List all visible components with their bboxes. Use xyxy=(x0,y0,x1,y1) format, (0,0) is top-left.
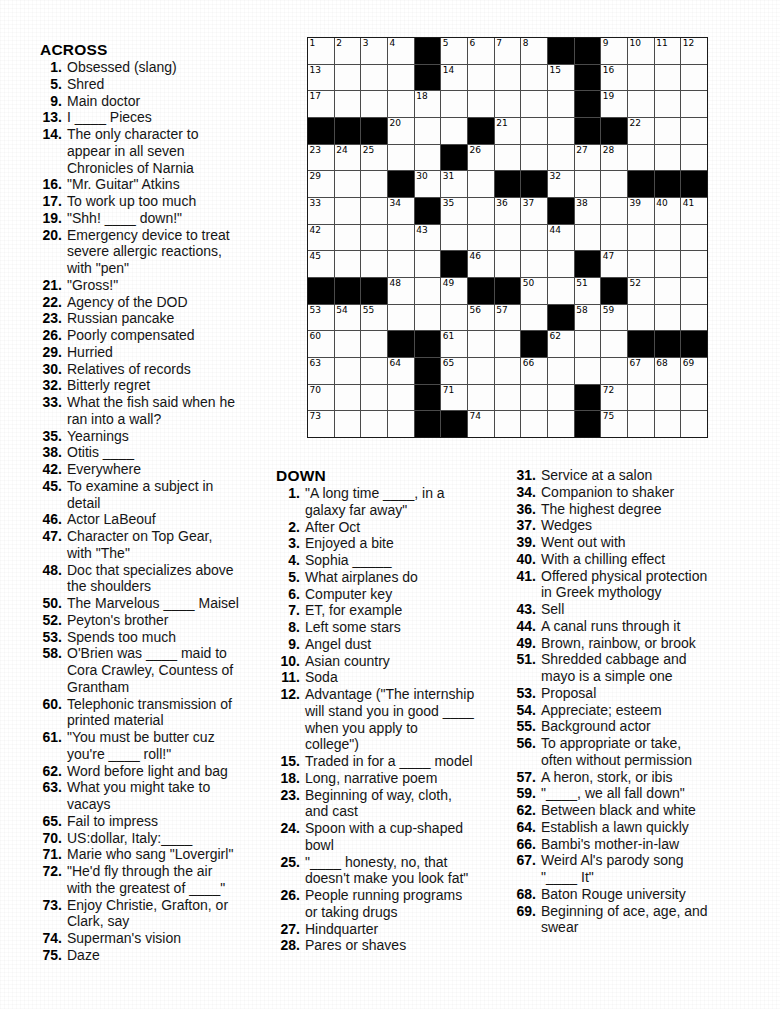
black-cell-r14c5 xyxy=(415,385,441,411)
cell-number: 9 xyxy=(603,38,609,48)
grid-cell-r4c4[interactable]: 20 xyxy=(388,118,414,144)
grid-cell-r5c4[interactable] xyxy=(388,145,414,171)
grid-cell-r2c9[interactable] xyxy=(521,65,547,91)
clue-text: Spends too much xyxy=(67,629,176,646)
grid-cell-r13c4[interactable]: 64 xyxy=(388,358,414,384)
clue-number: 48. xyxy=(40,562,62,579)
grid-cell-r12c11[interactable] xyxy=(575,331,601,357)
grid-cell-r9c2[interactable] xyxy=(335,251,361,277)
grid-cell-r7c12[interactable] xyxy=(601,198,627,224)
grid-cell-r4c10[interactable] xyxy=(548,118,574,144)
clue-number: 45. xyxy=(40,478,62,495)
cell-number: 62 xyxy=(549,331,560,341)
grid-cell-r7c8[interactable]: 36 xyxy=(495,198,521,224)
clue-text: With a chilling effect xyxy=(541,551,665,568)
clue-number: 62. xyxy=(512,802,536,819)
grid-cell-r11c11[interactable]: 58 xyxy=(575,305,601,331)
grid-cell-r7c15[interactable]: 41 xyxy=(681,198,707,224)
grid-cell-r9c8[interactable] xyxy=(495,251,521,277)
clue-text: Asian country xyxy=(305,653,390,670)
across-clue-22: 22.Agency of the DOD xyxy=(40,294,304,311)
clue-number: 22. xyxy=(40,294,62,311)
black-cell-r2c11 xyxy=(575,65,601,91)
grid-cell-r15c3[interactable] xyxy=(361,411,387,437)
across-clue-72: 72."He'd fly through the air with the gr… xyxy=(40,863,304,897)
grid-cell-r9c9[interactable] xyxy=(521,251,547,277)
across-clue-65: 65.Fail to impress xyxy=(40,813,304,830)
cell-number: 20 xyxy=(389,118,400,128)
clue-text: Offered physical protection in Greek myt… xyxy=(541,568,707,602)
clue-number: 23. xyxy=(276,787,300,804)
black-cell-r10c2 xyxy=(335,278,361,304)
clue-number: 29. xyxy=(40,344,62,361)
grid-cell-r4c8[interactable]: 21 xyxy=(495,118,521,144)
grid-cell-r1c3[interactable]: 3 xyxy=(361,38,387,64)
clue-number: 53. xyxy=(40,629,62,646)
grid-cell-r10c15[interactable] xyxy=(681,278,707,304)
cell-number: 49 xyxy=(443,278,454,288)
cell-number: 66 xyxy=(523,358,534,368)
grid-cell-r3c3[interactable] xyxy=(361,91,387,117)
down-clue-59: 59."____, we all fall down" xyxy=(512,785,774,802)
grid-cell-r7c13[interactable]: 39 xyxy=(628,198,654,224)
down-clue-7: 7.ET, for example xyxy=(276,602,508,619)
clue-number: 66. xyxy=(512,836,536,853)
grid-cell-r5c7[interactable]: 26 xyxy=(468,145,494,171)
cell-number: 75 xyxy=(603,411,614,421)
grid-cell-r1c8[interactable]: 7 xyxy=(495,38,521,64)
grid-cell-r8c14[interactable] xyxy=(655,225,681,251)
grid-cell-r2c7[interactable] xyxy=(468,65,494,91)
cell-number: 37 xyxy=(523,198,534,208)
grid-cell-r1c12[interactable]: 9 xyxy=(601,38,627,64)
grid-cell-r11c7[interactable]: 56 xyxy=(468,305,494,331)
grid-cell-r8c1[interactable]: 42 xyxy=(308,225,334,251)
grid-cell-r11c6[interactable] xyxy=(441,305,467,331)
grid-cell-r11c9[interactable] xyxy=(521,305,547,331)
clue-number: 62. xyxy=(40,763,62,780)
grid-cell-r1c9[interactable]: 8 xyxy=(521,38,547,64)
grid-cell-r6c5[interactable]: 30 xyxy=(415,171,441,197)
grid-cell-r4c6[interactable] xyxy=(441,118,467,144)
grid-cell-r5c12[interactable]: 28 xyxy=(601,145,627,171)
grid-cell-r3c15[interactable] xyxy=(681,91,707,117)
grid-cell-r4c14[interactable] xyxy=(655,118,681,144)
grid-cell-r14c9[interactable] xyxy=(521,385,547,411)
grid-cell-r8c4[interactable] xyxy=(388,225,414,251)
cell-number: 12 xyxy=(683,38,694,48)
cell-number: 51 xyxy=(576,278,587,288)
grid-cell-r13c8[interactable] xyxy=(495,358,521,384)
grid-cell-r13c9[interactable]: 66 xyxy=(521,358,547,384)
grid-cell-r3c14[interactable] xyxy=(655,91,681,117)
grid-cell-r11c5[interactable] xyxy=(415,305,441,331)
grid-cell-r11c14[interactable] xyxy=(655,305,681,331)
cell-number: 56 xyxy=(469,305,480,315)
grid-cell-r15c4[interactable] xyxy=(388,411,414,437)
grid-cell-r10c6[interactable]: 49 xyxy=(441,278,467,304)
clue-text: Russian pancake xyxy=(67,310,174,327)
clue-text: Main doctor xyxy=(67,93,140,110)
grid-cell-r5c5[interactable] xyxy=(415,145,441,171)
grid-cell-r10c9[interactable]: 50 xyxy=(521,278,547,304)
grid-cell-r12c2[interactable] xyxy=(335,331,361,357)
cell-number: 65 xyxy=(443,358,454,368)
grid-cell-r3c6[interactable] xyxy=(441,91,467,117)
clue-number: 6. xyxy=(276,586,300,603)
grid-cell-r5c11[interactable]: 27 xyxy=(575,145,601,171)
grid-cell-r6c10[interactable]: 32 xyxy=(548,171,574,197)
clue-text: Superman's vision xyxy=(67,930,181,947)
grid-cell-r13c10[interactable] xyxy=(548,358,574,384)
grid-cell-r2c14[interactable] xyxy=(655,65,681,91)
cell-number: 40 xyxy=(656,198,667,208)
grid-cell-r12c3[interactable] xyxy=(361,331,387,357)
clue-text: Relatives of records xyxy=(67,361,191,378)
grid-cell-r10c4[interactable]: 48 xyxy=(388,278,414,304)
clue-number: 39. xyxy=(512,534,536,551)
grid-cell-r2c3[interactable] xyxy=(361,65,387,91)
cell-number: 71 xyxy=(443,385,454,395)
grid-cell-r1c13[interactable]: 10 xyxy=(628,38,654,64)
grid-cell-r5c15[interactable] xyxy=(681,145,707,171)
clue-text: "Shh! ____ down!" xyxy=(67,210,182,227)
grid-cell-r10c10[interactable] xyxy=(548,278,574,304)
crossword-grid: 1234567891011121314151617181920212223242… xyxy=(307,37,708,438)
grid-cell-r8c2[interactable] xyxy=(335,225,361,251)
clue-text: Agency of the DOD xyxy=(67,294,188,311)
grid-cell-r15c1[interactable]: 73 xyxy=(308,411,334,437)
grid-cell-r6c3[interactable] xyxy=(361,171,387,197)
cell-number: 39 xyxy=(629,198,640,208)
clue-text: Bambi's mother-in-law xyxy=(541,836,679,853)
across-clue-61: 61."You must be butter cuz you're ____ r… xyxy=(40,729,304,763)
grid-cell-r1c15[interactable]: 12 xyxy=(681,38,707,64)
grid-cell-r2c1[interactable]: 13 xyxy=(308,65,334,91)
grid-cell-r9c1[interactable]: 45 xyxy=(308,251,334,277)
grid-cell-r3c13[interactable] xyxy=(628,91,654,117)
grid-cell-r13c6[interactable]: 65 xyxy=(441,358,467,384)
grid-cell-r2c8[interactable] xyxy=(495,65,521,91)
grid-cell-r1c1[interactable]: 1 xyxy=(308,38,334,64)
grid-cell-r4c15[interactable] xyxy=(681,118,707,144)
grid-cell-r1c4[interactable]: 4 xyxy=(388,38,414,64)
cell-number: 27 xyxy=(576,145,587,155)
grid-cell-r8c9[interactable] xyxy=(521,225,547,251)
cell-number: 53 xyxy=(310,305,321,315)
grid-cell-r10c14[interactable] xyxy=(655,278,681,304)
down-clue-3: 3.Enjoyed a bite xyxy=(276,535,508,552)
clue-text: Poorly compensated xyxy=(67,327,195,344)
cell-number: 44 xyxy=(549,225,560,235)
grid-cell-r12c6[interactable]: 61 xyxy=(441,331,467,357)
grid-cell-r13c15[interactable]: 69 xyxy=(681,358,707,384)
grid-cell-r12c7[interactable] xyxy=(468,331,494,357)
grid-cell-r8c13[interactable] xyxy=(628,225,654,251)
grid-cell-r3c2[interactable] xyxy=(335,91,361,117)
grid-cell-r7c6[interactable]: 35 xyxy=(441,198,467,224)
clue-number: 59. xyxy=(512,785,536,802)
clue-number: 70. xyxy=(40,830,62,847)
grid-cell-r13c2[interactable] xyxy=(335,358,361,384)
clue-text: Character on Top Gear, with "The" xyxy=(67,528,212,562)
grid-cell-r8c12[interactable] xyxy=(601,225,627,251)
down-clue-27: 27.Hindquarter xyxy=(276,921,508,938)
grid-cell-r3c1[interactable]: 17 xyxy=(308,91,334,117)
clue-number: 9. xyxy=(40,93,62,110)
grid-cell-r11c13[interactable] xyxy=(628,305,654,331)
grid-cell-r12c12[interactable] xyxy=(601,331,627,357)
grid-cell-r1c7[interactable]: 6 xyxy=(468,38,494,64)
clue-text: Fail to impress xyxy=(67,813,158,830)
grid-cell-r14c14[interactable] xyxy=(655,385,681,411)
black-cell-r12c9 xyxy=(521,331,547,357)
grid-cell-r6c11[interactable] xyxy=(575,171,601,197)
down-clue-1: 1."A long time ____, in a galaxy far awa… xyxy=(276,485,508,519)
grid-cell-r13c14[interactable]: 68 xyxy=(655,358,681,384)
grid-cell-r3c8[interactable] xyxy=(495,91,521,117)
cell-number: 60 xyxy=(310,331,321,341)
grid-cell-r5c2[interactable]: 24 xyxy=(335,145,361,171)
clue-number: 52. xyxy=(40,612,62,629)
clue-number: 60. xyxy=(40,696,62,713)
clue-text: Soda xyxy=(305,669,338,686)
grid-cell-r2c12[interactable]: 16 xyxy=(601,65,627,91)
black-cell-r10c1 xyxy=(308,278,334,304)
grid-cell-r11c15[interactable] xyxy=(681,305,707,331)
grid-cell-r8c6[interactable] xyxy=(441,225,467,251)
grid-cell-r14c6[interactable]: 71 xyxy=(441,385,467,411)
grid-cell-r11c12[interactable]: 59 xyxy=(601,305,627,331)
cell-number: 14 xyxy=(443,65,454,75)
black-cell-r14c11 xyxy=(575,385,601,411)
grid-cell-r13c1[interactable]: 63 xyxy=(308,358,334,384)
grid-cell-r5c1[interactable]: 23 xyxy=(308,145,334,171)
clue-text: Word before light and bag xyxy=(67,763,228,780)
clue-number: 33. xyxy=(40,394,62,411)
down-header: DOWN xyxy=(276,467,508,484)
across-clue-17: 17.To work up too much xyxy=(40,193,304,210)
grid-cell-r14c15[interactable] xyxy=(681,385,707,411)
across-clue-38: 38.Otitis ____ xyxy=(40,444,304,461)
black-cell-r3c11 xyxy=(575,91,601,117)
cell-number: 17 xyxy=(310,91,321,101)
grid-cell-r12c10[interactable]: 62 xyxy=(548,331,574,357)
clue-text: Daze xyxy=(67,947,100,964)
grid-cell-r15c12[interactable]: 75 xyxy=(601,411,627,437)
grid-cell-r13c7[interactable] xyxy=(468,358,494,384)
grid-cell-r11c4[interactable] xyxy=(388,305,414,331)
grid-cell-r2c10[interactable]: 15 xyxy=(548,65,574,91)
clue-number: 61. xyxy=(40,729,62,746)
grid-cell-r8c8[interactable] xyxy=(495,225,521,251)
clue-number: 69. xyxy=(512,903,536,920)
grid-cell-r9c12[interactable]: 47 xyxy=(601,251,627,277)
grid-cell-r15c14[interactable] xyxy=(655,411,681,437)
grid-cell-r14c4[interactable] xyxy=(388,385,414,411)
grid-cell-r11c8[interactable]: 57 xyxy=(495,305,521,331)
grid-cell-r6c2[interactable] xyxy=(335,171,361,197)
grid-cell-r8c10[interactable]: 44 xyxy=(548,225,574,251)
grid-cell-r3c4[interactable] xyxy=(388,91,414,117)
grid-cell-r14c12[interactable]: 72 xyxy=(601,385,627,411)
grid-cell-r5c13[interactable] xyxy=(628,145,654,171)
grid-cell-r12c1[interactable]: 60 xyxy=(308,331,334,357)
grid-cell-r15c9[interactable] xyxy=(521,411,547,437)
grid-cell-r7c4[interactable]: 34 xyxy=(388,198,414,224)
cell-number: 67 xyxy=(629,358,640,368)
grid-cell-r15c2[interactable] xyxy=(335,411,361,437)
clue-text: Bitterly regret xyxy=(67,377,150,394)
cell-number: 24 xyxy=(336,145,347,155)
clue-number: 2. xyxy=(276,519,300,536)
grid-cell-r8c5[interactable]: 43 xyxy=(415,225,441,251)
clue-number: 26. xyxy=(276,887,300,904)
grid-cell-r11c3[interactable]: 55 xyxy=(361,305,387,331)
grid-cell-r4c9[interactable] xyxy=(521,118,547,144)
grid-cell-r3c9[interactable] xyxy=(521,91,547,117)
clue-text: O'Brien was ____ maid to Cora Crawley, C… xyxy=(67,645,233,695)
grid-cell-r8c3[interactable] xyxy=(361,225,387,251)
down-clue-64: 64.Establish a lawn quickly xyxy=(512,819,774,836)
grid-cell-r4c5[interactable] xyxy=(415,118,441,144)
grid-cell-r13c3[interactable] xyxy=(361,358,387,384)
grid-cell-r9c15[interactable] xyxy=(681,251,707,277)
grid-cell-r11c2[interactable]: 54 xyxy=(335,305,361,331)
grid-cell-r14c3[interactable] xyxy=(361,385,387,411)
black-cell-r1c5 xyxy=(415,38,441,64)
grid-cell-r7c2[interactable] xyxy=(335,198,361,224)
grid-cell-r14c1[interactable]: 70 xyxy=(308,385,334,411)
black-cell-r6c8 xyxy=(495,171,521,197)
grid-cell-r13c11[interactable] xyxy=(575,358,601,384)
clue-number: 47. xyxy=(40,528,62,545)
grid-cell-r13c12[interactable] xyxy=(601,358,627,384)
down-clue-9: 9.Angel dust xyxy=(276,636,508,653)
grid-cell-r2c4[interactable] xyxy=(388,65,414,91)
grid-cell-r5c3[interactable]: 25 xyxy=(361,145,387,171)
grid-cell-r2c15[interactable] xyxy=(681,65,707,91)
clue-number: 54. xyxy=(512,702,536,719)
grid-cell-r9c14[interactable] xyxy=(655,251,681,277)
grid-cell-r8c7[interactable] xyxy=(468,225,494,251)
black-cell-r1c10 xyxy=(548,38,574,64)
grid-cell-r14c8[interactable] xyxy=(495,385,521,411)
grid-cell-r11c1[interactable]: 53 xyxy=(308,305,334,331)
black-cell-r4c11 xyxy=(575,118,601,144)
grid-cell-r13c13[interactable]: 67 xyxy=(628,358,654,384)
grid-cell-r3c7[interactable] xyxy=(468,91,494,117)
cell-number: 69 xyxy=(683,358,694,368)
across-clue-23: 23.Russian pancake xyxy=(40,310,304,327)
grid-cell-r6c12[interactable] xyxy=(601,171,627,197)
grid-cell-r14c10[interactable] xyxy=(548,385,574,411)
down-clue-4: 4.Sophia _____ xyxy=(276,552,508,569)
grid-cell-r2c13[interactable] xyxy=(628,65,654,91)
cell-number: 18 xyxy=(416,91,427,101)
grid-cell-r9c7[interactable]: 46 xyxy=(468,251,494,277)
clue-number: 13. xyxy=(40,109,62,126)
grid-cell-r6c7[interactable] xyxy=(468,171,494,197)
black-cell-r12c13 xyxy=(628,331,654,357)
clue-number: 67. xyxy=(512,852,536,869)
clue-text: Went out with xyxy=(541,534,626,551)
grid-cell-r5c10[interactable] xyxy=(548,145,574,171)
down-clue-37: 37.Wedges xyxy=(512,517,774,534)
grid-cell-r2c6[interactable]: 14 xyxy=(441,65,467,91)
grid-cell-r4c13[interactable]: 22 xyxy=(628,118,654,144)
down-clue-6: 6.Computer key xyxy=(276,586,508,603)
grid-cell-r12c8[interactable] xyxy=(495,331,521,357)
grid-cell-r1c14[interactable]: 11 xyxy=(655,38,681,64)
grid-cell-r7c9[interactable]: 37 xyxy=(521,198,547,224)
grid-cell-r10c13[interactable]: 52 xyxy=(628,278,654,304)
grid-cell-r15c10[interactable] xyxy=(548,411,574,437)
grid-cell-r3c10[interactable] xyxy=(548,91,574,117)
grid-cell-r15c15[interactable] xyxy=(681,411,707,437)
grid-cell-r3c12[interactable]: 19 xyxy=(601,91,627,117)
grid-cell-r9c3[interactable] xyxy=(361,251,387,277)
grid-cell-r7c3[interactable] xyxy=(361,198,387,224)
grid-cell-r7c14[interactable]: 40 xyxy=(655,198,681,224)
grid-cell-r9c10[interactable] xyxy=(548,251,574,277)
clue-text: Brown, rainbow, or brook xyxy=(541,635,696,652)
grid-cell-r10c5[interactable] xyxy=(415,278,441,304)
grid-cell-r2c2[interactable] xyxy=(335,65,361,91)
across-clue-9: 9.Main doctor xyxy=(40,93,304,110)
grid-cell-r7c11[interactable]: 38 xyxy=(575,198,601,224)
cell-number: 36 xyxy=(496,198,507,208)
grid-cell-r5c9[interactable] xyxy=(521,145,547,171)
grid-cell-r5c8[interactable] xyxy=(495,145,521,171)
grid-cell-r1c2[interactable]: 2 xyxy=(335,38,361,64)
grid-cell-r10c11[interactable]: 51 xyxy=(575,278,601,304)
grid-cell-r8c15[interactable] xyxy=(681,225,707,251)
clue-text: Yearnings xyxy=(67,428,129,445)
grid-cell-r9c4[interactable] xyxy=(388,251,414,277)
grid-cell-r9c5[interactable] xyxy=(415,251,441,277)
clue-number: 46. xyxy=(40,511,62,528)
grid-cell-r7c1[interactable]: 33 xyxy=(308,198,334,224)
cell-number: 57 xyxy=(496,305,507,315)
down-clue-68: 68.Baton Rouge university xyxy=(512,886,774,903)
clue-text: "You must be butter cuz you're ____ roll… xyxy=(67,729,215,763)
grid-cell-r14c7[interactable] xyxy=(468,385,494,411)
across-clue-19: 19."Shh! ____ down!" xyxy=(40,210,304,227)
grid-cell-r15c13[interactable] xyxy=(628,411,654,437)
black-cell-r10c8 xyxy=(495,278,521,304)
grid-cell-r9c13[interactable] xyxy=(628,251,654,277)
clue-text: To examine a subject in detail xyxy=(67,478,213,512)
clue-text: Sell xyxy=(541,601,564,618)
grid-cell-r3c5[interactable]: 18 xyxy=(415,91,441,117)
grid-cell-r7c7[interactable] xyxy=(468,198,494,224)
grid-cell-r8c11[interactable] xyxy=(575,225,601,251)
cell-number: 13 xyxy=(310,65,321,75)
grid-cell-r15c7[interactable]: 74 xyxy=(468,411,494,437)
grid-cell-r14c13[interactable] xyxy=(628,385,654,411)
clue-number: 36. xyxy=(512,501,536,518)
grid-cell-r6c1[interactable]: 29 xyxy=(308,171,334,197)
grid-cell-r6c6[interactable]: 31 xyxy=(441,171,467,197)
grid-cell-r14c2[interactable] xyxy=(335,385,361,411)
clue-text: After Oct xyxy=(305,519,360,536)
grid-cell-r15c8[interactable] xyxy=(495,411,521,437)
grid-cell-r5c14[interactable] xyxy=(655,145,681,171)
down-clue-56: 56.To appropriate or take, often without… xyxy=(512,735,774,769)
grid-cell-r1c6[interactable]: 5 xyxy=(441,38,467,64)
black-cell-r4c7 xyxy=(468,118,494,144)
